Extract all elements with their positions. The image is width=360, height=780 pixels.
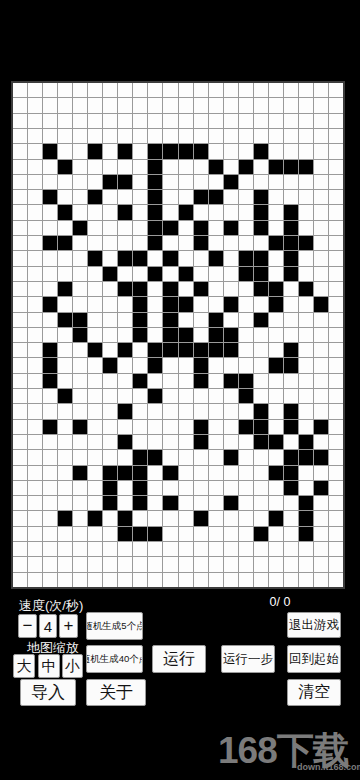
grid-cell[interactable] bbox=[284, 404, 298, 418]
grid-cell[interactable] bbox=[329, 297, 343, 311]
grid-cell[interactable] bbox=[58, 205, 72, 219]
grid-cell[interactable] bbox=[148, 466, 162, 480]
grid-cell[interactable] bbox=[88, 420, 102, 434]
grid-cell[interactable] bbox=[194, 496, 208, 510]
grid-cell[interactable] bbox=[209, 466, 223, 480]
grid-cell[interactable] bbox=[163, 144, 177, 158]
grid-cell[interactable] bbox=[224, 466, 238, 480]
grid-cell[interactable] bbox=[269, 144, 283, 158]
grid-cell[interactable] bbox=[118, 114, 132, 128]
grid-cell[interactable] bbox=[209, 557, 223, 571]
grid-cell[interactable] bbox=[13, 481, 27, 495]
grid-cell[interactable] bbox=[269, 98, 283, 112]
grid-cell[interactable] bbox=[314, 450, 328, 464]
grid-cell[interactable] bbox=[314, 328, 328, 342]
grid-cell[interactable] bbox=[254, 297, 268, 311]
grid-cell[interactable] bbox=[284, 282, 298, 296]
grid-cell[interactable] bbox=[314, 83, 328, 97]
grid-cell[interactable] bbox=[239, 374, 253, 388]
grid-cell[interactable] bbox=[254, 313, 268, 327]
grid-cell[interactable] bbox=[163, 251, 177, 265]
grid-cell[interactable] bbox=[179, 450, 193, 464]
grid-cell[interactable] bbox=[163, 282, 177, 296]
grid-cell[interactable] bbox=[148, 297, 162, 311]
grid-cell[interactable] bbox=[28, 267, 42, 281]
grid-cell[interactable] bbox=[43, 481, 57, 495]
grid-cell[interactable] bbox=[314, 527, 328, 541]
grid-cell[interactable] bbox=[28, 297, 42, 311]
grid-cell[interactable] bbox=[209, 389, 223, 403]
grid-cell[interactable] bbox=[58, 435, 72, 449]
grid-cell[interactable] bbox=[269, 313, 283, 327]
grid-cell[interactable] bbox=[133, 511, 147, 525]
grid-cell[interactable] bbox=[88, 313, 102, 327]
grid-cell[interactable] bbox=[299, 236, 313, 250]
grid-cell[interactable] bbox=[224, 236, 238, 250]
grid-cell[interactable] bbox=[163, 374, 177, 388]
grid-cell[interactable] bbox=[254, 144, 268, 158]
grid-cell[interactable] bbox=[179, 313, 193, 327]
grid-cell[interactable] bbox=[179, 466, 193, 480]
grid-cell[interactable] bbox=[13, 144, 27, 158]
grid-cell[interactable] bbox=[329, 83, 343, 97]
grid-cell[interactable] bbox=[118, 221, 132, 235]
grid-cell[interactable] bbox=[73, 313, 87, 327]
grid-cell[interactable] bbox=[194, 160, 208, 174]
grid-cell[interactable] bbox=[13, 404, 27, 418]
grid-cell[interactable] bbox=[254, 496, 268, 510]
grid-cell[interactable] bbox=[254, 83, 268, 97]
grid-cell[interactable] bbox=[163, 129, 177, 143]
grid-cell[interactable] bbox=[239, 251, 253, 265]
grid-cell[interactable] bbox=[13, 496, 27, 510]
grid-cell[interactable] bbox=[103, 542, 117, 556]
grid-cell[interactable] bbox=[254, 420, 268, 434]
grid-cell[interactable] bbox=[13, 282, 27, 296]
grid-cell[interactable] bbox=[209, 236, 223, 250]
grid-cell[interactable] bbox=[163, 542, 177, 556]
grid-cell[interactable] bbox=[179, 190, 193, 204]
grid-cell[interactable] bbox=[224, 190, 238, 204]
grid-cell[interactable] bbox=[103, 160, 117, 174]
grid-cell[interactable] bbox=[118, 267, 132, 281]
clear-button[interactable]: 清空 bbox=[287, 679, 341, 706]
grid-cell[interactable] bbox=[179, 542, 193, 556]
grid-cell[interactable] bbox=[148, 404, 162, 418]
grid-cell[interactable] bbox=[209, 297, 223, 311]
grid-cell[interactable] bbox=[58, 267, 72, 281]
grid-cell[interactable] bbox=[299, 573, 313, 587]
grid-cell[interactable] bbox=[88, 542, 102, 556]
grid-cell[interactable] bbox=[163, 343, 177, 357]
grid-cell[interactable] bbox=[224, 573, 238, 587]
grid-cell[interactable] bbox=[239, 114, 253, 128]
grid-cell[interactable] bbox=[299, 527, 313, 541]
grid-cell[interactable] bbox=[269, 282, 283, 296]
grid-cell[interactable] bbox=[224, 175, 238, 189]
grid-cell[interactable] bbox=[194, 404, 208, 418]
grid-cell[interactable] bbox=[103, 527, 117, 541]
grid-cell[interactable] bbox=[103, 389, 117, 403]
grid-cell[interactable] bbox=[254, 481, 268, 495]
grid-cell[interactable] bbox=[103, 114, 117, 128]
grid-cell[interactable] bbox=[299, 420, 313, 434]
grid-cell[interactable] bbox=[284, 205, 298, 219]
grid-cell[interactable] bbox=[118, 328, 132, 342]
grid-cell[interactable] bbox=[103, 83, 117, 97]
grid-cell[interactable] bbox=[133, 190, 147, 204]
grid-cell[interactable] bbox=[28, 175, 42, 189]
grid-cell[interactable] bbox=[133, 466, 147, 480]
grid-cell[interactable] bbox=[133, 236, 147, 250]
grid-cell[interactable] bbox=[224, 527, 238, 541]
grid-cell[interactable] bbox=[299, 511, 313, 525]
grid-cell[interactable] bbox=[148, 511, 162, 525]
grid-cell[interactable] bbox=[314, 420, 328, 434]
grid-cell[interactable] bbox=[284, 542, 298, 556]
grid-cell[interactable] bbox=[163, 420, 177, 434]
grid-cell[interactable] bbox=[163, 481, 177, 495]
grid-cell[interactable] bbox=[269, 190, 283, 204]
grid-cell[interactable] bbox=[239, 129, 253, 143]
grid-cell[interactable] bbox=[13, 114, 27, 128]
grid-cell[interactable] bbox=[254, 557, 268, 571]
grid-cell[interactable] bbox=[179, 527, 193, 541]
grid-cell[interactable] bbox=[148, 420, 162, 434]
grid-cell[interactable] bbox=[209, 190, 223, 204]
speed-minus-button[interactable]: − bbox=[18, 614, 37, 638]
grid-cell[interactable] bbox=[28, 420, 42, 434]
back-to-start-button[interactable]: 回到起始 bbox=[287, 645, 341, 673]
grid-cell[interactable] bbox=[118, 542, 132, 556]
grid-cell[interactable] bbox=[28, 251, 42, 265]
grid-cell[interactable] bbox=[43, 236, 57, 250]
grid-cell[interactable] bbox=[179, 328, 193, 342]
grid-cell[interactable] bbox=[133, 83, 147, 97]
grid-cell[interactable] bbox=[269, 435, 283, 449]
grid-cell[interactable] bbox=[43, 114, 57, 128]
grid-cell[interactable] bbox=[194, 129, 208, 143]
grid-cell[interactable] bbox=[28, 205, 42, 219]
grid-cell[interactable] bbox=[88, 267, 102, 281]
exit-game-button[interactable]: 退出游戏 bbox=[287, 612, 341, 638]
grid-cell[interactable] bbox=[299, 496, 313, 510]
grid-cell[interactable] bbox=[329, 251, 343, 265]
grid-cell[interactable] bbox=[299, 114, 313, 128]
grid-cell[interactable] bbox=[254, 450, 268, 464]
grid-cell[interactable] bbox=[133, 496, 147, 510]
grid-cell[interactable] bbox=[118, 557, 132, 571]
grid-cell[interactable] bbox=[133, 542, 147, 556]
grid-cell[interactable] bbox=[239, 343, 253, 357]
grid-cell[interactable] bbox=[314, 144, 328, 158]
grid-cell[interactable] bbox=[118, 144, 132, 158]
grid-cell[interactable] bbox=[43, 160, 57, 174]
grid-cell[interactable] bbox=[118, 98, 132, 112]
grid-cell[interactable] bbox=[148, 114, 162, 128]
grid-cell[interactable] bbox=[329, 450, 343, 464]
grid-cell[interactable] bbox=[314, 313, 328, 327]
grid-cell[interactable] bbox=[73, 129, 87, 143]
grid-cell[interactable] bbox=[254, 221, 268, 235]
grid-cell[interactable] bbox=[254, 358, 268, 372]
grid-cell[interactable] bbox=[209, 496, 223, 510]
grid-cell[interactable] bbox=[58, 466, 72, 480]
grid-cell[interactable] bbox=[148, 190, 162, 204]
grid-cell[interactable] bbox=[209, 511, 223, 525]
grid-cell[interactable] bbox=[179, 557, 193, 571]
grid-cell[interactable] bbox=[239, 328, 253, 342]
grid-cell[interactable] bbox=[269, 527, 283, 541]
grid-cell[interactable] bbox=[269, 511, 283, 525]
grid-cell[interactable] bbox=[13, 221, 27, 235]
grid-cell[interactable] bbox=[133, 221, 147, 235]
grid-cell[interactable] bbox=[13, 328, 27, 342]
grid-cell[interactable] bbox=[103, 404, 117, 418]
grid-cell[interactable] bbox=[314, 542, 328, 556]
grid-cell[interactable] bbox=[194, 98, 208, 112]
grid-cell[interactable] bbox=[73, 420, 87, 434]
grid-cell[interactable] bbox=[88, 175, 102, 189]
grid-cell[interactable] bbox=[73, 511, 87, 525]
grid-cell[interactable] bbox=[284, 420, 298, 434]
grid-cell[interactable] bbox=[148, 251, 162, 265]
grid-cell[interactable] bbox=[224, 129, 238, 143]
grid-cell[interactable] bbox=[329, 221, 343, 235]
grid-cell[interactable] bbox=[13, 511, 27, 525]
grid-cell[interactable] bbox=[209, 251, 223, 265]
grid-cell[interactable] bbox=[28, 144, 42, 158]
grid-cell[interactable] bbox=[28, 404, 42, 418]
grid-cell[interactable] bbox=[13, 343, 27, 357]
grid-cell[interactable] bbox=[103, 144, 117, 158]
grid-cell[interactable] bbox=[28, 511, 42, 525]
grid-cell[interactable] bbox=[284, 511, 298, 525]
grid-cell[interactable] bbox=[13, 466, 27, 480]
grid-cell[interactable] bbox=[88, 389, 102, 403]
grid-cell[interactable] bbox=[239, 98, 253, 112]
grid-cell[interactable] bbox=[209, 527, 223, 541]
grid-cell[interactable] bbox=[209, 328, 223, 342]
grid-cell[interactable] bbox=[133, 267, 147, 281]
grid-cell[interactable] bbox=[103, 297, 117, 311]
grid-cell[interactable] bbox=[254, 328, 268, 342]
grid-cell[interactable] bbox=[118, 481, 132, 495]
grid-cell[interactable] bbox=[314, 282, 328, 296]
grid-cell[interactable] bbox=[73, 481, 87, 495]
grid-cell[interactable] bbox=[209, 160, 223, 174]
grid-cell[interactable] bbox=[103, 251, 117, 265]
grid-cell[interactable] bbox=[118, 374, 132, 388]
grid-cell[interactable] bbox=[118, 404, 132, 418]
grid-cell[interactable] bbox=[28, 282, 42, 296]
grid-cell[interactable] bbox=[209, 129, 223, 143]
grid-cell[interactable] bbox=[269, 420, 283, 434]
grid-cell[interactable] bbox=[194, 205, 208, 219]
grid-cell[interactable] bbox=[103, 282, 117, 296]
grid-cell[interactable] bbox=[43, 282, 57, 296]
grid-cell[interactable] bbox=[133, 557, 147, 571]
grid-cell[interactable] bbox=[194, 511, 208, 525]
grid-cell[interactable] bbox=[269, 251, 283, 265]
grid-cell[interactable] bbox=[118, 205, 132, 219]
grid-cell[interactable] bbox=[269, 404, 283, 418]
grid-cell[interactable] bbox=[133, 450, 147, 464]
grid-cell[interactable] bbox=[58, 404, 72, 418]
grid-cell[interactable] bbox=[103, 481, 117, 495]
grid-cell[interactable] bbox=[73, 527, 87, 541]
grid-cell[interactable] bbox=[88, 481, 102, 495]
grid-cell[interactable] bbox=[118, 420, 132, 434]
grid-cell[interactable] bbox=[73, 160, 87, 174]
grid-cell[interactable] bbox=[284, 389, 298, 403]
grid-cell[interactable] bbox=[133, 98, 147, 112]
grid-cell[interactable] bbox=[148, 527, 162, 541]
grid-cell[interactable] bbox=[329, 573, 343, 587]
grid-cell[interactable] bbox=[58, 144, 72, 158]
grid-cell[interactable] bbox=[118, 83, 132, 97]
grid-cell[interactable] bbox=[284, 466, 298, 480]
grid-cell[interactable] bbox=[43, 267, 57, 281]
grid-cell[interactable] bbox=[58, 236, 72, 250]
grid-cell[interactable] bbox=[148, 496, 162, 510]
grid-cell[interactable] bbox=[329, 481, 343, 495]
grid-cell[interactable] bbox=[28, 527, 42, 541]
grid-cell[interactable] bbox=[179, 481, 193, 495]
grid-cell[interactable] bbox=[43, 129, 57, 143]
grid-cell[interactable] bbox=[13, 313, 27, 327]
grid-cell[interactable] bbox=[148, 98, 162, 112]
grid-cell[interactable] bbox=[73, 404, 87, 418]
grid-cell[interactable] bbox=[118, 343, 132, 357]
grid-cell[interactable] bbox=[314, 511, 328, 525]
grid-cell[interactable] bbox=[163, 358, 177, 372]
grid-cell[interactable] bbox=[133, 175, 147, 189]
grid-cell[interactable] bbox=[103, 450, 117, 464]
grid-cell[interactable] bbox=[224, 267, 238, 281]
grid-cell[interactable] bbox=[299, 343, 313, 357]
grid-cell[interactable] bbox=[73, 496, 87, 510]
grid-cell[interactable] bbox=[179, 573, 193, 587]
grid-cell[interactable] bbox=[28, 481, 42, 495]
grid-cell[interactable] bbox=[43, 313, 57, 327]
grid-cell[interactable] bbox=[194, 435, 208, 449]
grid-cell[interactable] bbox=[103, 435, 117, 449]
grid-cell[interactable] bbox=[88, 160, 102, 174]
grid-cell[interactable] bbox=[163, 175, 177, 189]
grid-cell[interactable] bbox=[269, 481, 283, 495]
grid-cell[interactable] bbox=[13, 573, 27, 587]
grid-cell[interactable] bbox=[314, 98, 328, 112]
grid-cell[interactable] bbox=[73, 144, 87, 158]
grid-cell[interactable] bbox=[194, 251, 208, 265]
grid-cell[interactable] bbox=[58, 481, 72, 495]
grid-cell[interactable] bbox=[254, 389, 268, 403]
grid-cell[interactable] bbox=[329, 435, 343, 449]
grid-cell[interactable] bbox=[118, 236, 132, 250]
grid-cell[interactable] bbox=[209, 221, 223, 235]
grid-cell[interactable] bbox=[73, 190, 87, 204]
grid-cell[interactable] bbox=[28, 343, 42, 357]
grid-cell[interactable] bbox=[209, 420, 223, 434]
grid-cell[interactable] bbox=[13, 374, 27, 388]
grid-cell[interactable] bbox=[43, 527, 57, 541]
grid-cell[interactable] bbox=[269, 328, 283, 342]
grid-cell[interactable] bbox=[103, 267, 117, 281]
grid-cell[interactable] bbox=[314, 557, 328, 571]
grid-cell[interactable] bbox=[88, 205, 102, 219]
grid-cell[interactable] bbox=[13, 542, 27, 556]
grid-cell[interactable] bbox=[148, 236, 162, 250]
grid-cell[interactable] bbox=[179, 358, 193, 372]
grid-cell[interactable] bbox=[88, 328, 102, 342]
grid-cell[interactable] bbox=[43, 404, 57, 418]
grid-cell[interactable] bbox=[209, 114, 223, 128]
grid-cell[interactable] bbox=[118, 190, 132, 204]
grid-cell[interactable] bbox=[254, 160, 268, 174]
grid-cell[interactable] bbox=[224, 282, 238, 296]
grid-cell[interactable] bbox=[58, 83, 72, 97]
grid-cell[interactable] bbox=[329, 466, 343, 480]
grid-cell[interactable] bbox=[329, 542, 343, 556]
grid-cell[interactable] bbox=[148, 160, 162, 174]
grid-cell[interactable] bbox=[43, 190, 57, 204]
grid-cell[interactable] bbox=[314, 343, 328, 357]
grid-cell[interactable] bbox=[88, 358, 102, 372]
grid-cell[interactable] bbox=[28, 98, 42, 112]
grid-cell[interactable] bbox=[133, 160, 147, 174]
grid-cell[interactable] bbox=[299, 221, 313, 235]
grid-cell[interactable] bbox=[194, 573, 208, 587]
grid-cell[interactable] bbox=[133, 374, 147, 388]
grid-cell[interactable] bbox=[58, 374, 72, 388]
grid-cell[interactable] bbox=[269, 374, 283, 388]
grid-cell[interactable] bbox=[58, 557, 72, 571]
grid-cell[interactable] bbox=[133, 343, 147, 357]
grid-cell[interactable] bbox=[58, 221, 72, 235]
grid-cell[interactable] bbox=[118, 450, 132, 464]
grid-cell[interactable] bbox=[88, 236, 102, 250]
run-one-step-button[interactable]: 运行一步 bbox=[221, 645, 275, 673]
grid-cell[interactable] bbox=[224, 374, 238, 388]
grid-cell[interactable] bbox=[148, 175, 162, 189]
grid-cell[interactable] bbox=[299, 251, 313, 265]
grid-cell[interactable] bbox=[224, 98, 238, 112]
grid-cell[interactable] bbox=[239, 404, 253, 418]
grid-cell[interactable] bbox=[58, 511, 72, 525]
grid-cell[interactable] bbox=[194, 343, 208, 357]
grid-cell[interactable] bbox=[329, 527, 343, 541]
grid-cell[interactable] bbox=[43, 435, 57, 449]
grid-cell[interactable] bbox=[209, 481, 223, 495]
grid-cell[interactable] bbox=[148, 481, 162, 495]
grid-cell[interactable] bbox=[58, 251, 72, 265]
grid-cell[interactable] bbox=[329, 358, 343, 372]
grid-cell[interactable] bbox=[73, 557, 87, 571]
grid-cell[interactable] bbox=[88, 98, 102, 112]
grid-cell[interactable] bbox=[254, 404, 268, 418]
grid-cell[interactable] bbox=[88, 466, 102, 480]
speed-plus-button[interactable]: + bbox=[59, 614, 78, 638]
grid-cell[interactable] bbox=[254, 374, 268, 388]
grid-cell[interactable] bbox=[73, 83, 87, 97]
grid-cell[interactable] bbox=[224, 251, 238, 265]
grid-cell[interactable] bbox=[284, 481, 298, 495]
grid-cell[interactable] bbox=[88, 573, 102, 587]
grid-cell[interactable] bbox=[284, 221, 298, 235]
grid-cell[interactable] bbox=[88, 450, 102, 464]
grid-cell[interactable] bbox=[88, 557, 102, 571]
